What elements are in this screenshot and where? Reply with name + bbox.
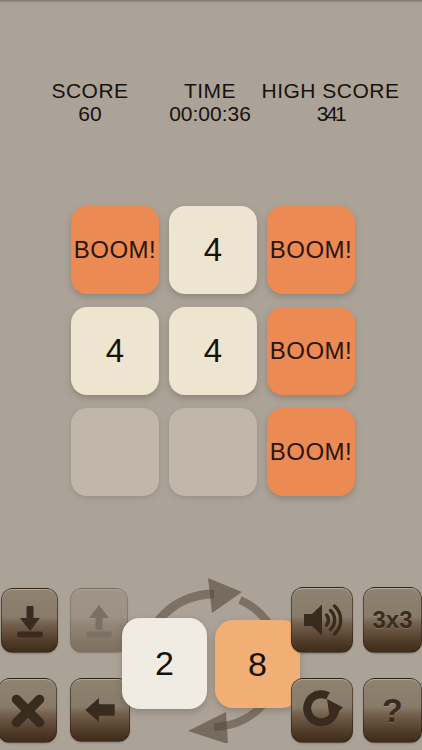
high-score-label: HIGH SCORE	[258, 79, 403, 102]
score-value: 60	[30, 102, 150, 125]
grid-cell-boom: BOOM!	[267, 206, 355, 294]
grid-cell-4: 4	[169, 206, 257, 294]
x-cross-icon	[7, 690, 49, 732]
next-tile-2[interactable]: 2	[122, 618, 207, 709]
game-grid: BOOM!4BOOM!44BOOM!BOOM!	[71, 206, 355, 496]
game-screen: SCORE 60 TIME 00:00:36 HIGH SCORE 341 BO…	[0, 0, 422, 750]
grid-cell-empty	[71, 408, 159, 496]
time-label: TIME	[145, 79, 275, 102]
arrow-left-icon	[79, 689, 121, 731]
time-value: 00:00:36	[145, 102, 275, 125]
score-stat: SCORE 60	[30, 79, 150, 125]
arrow-down-to-tray-icon	[10, 601, 50, 641]
move-down-button[interactable]	[1, 588, 58, 653]
grid-cell-empty	[169, 408, 257, 496]
move-up-button-disabled[interactable]	[70, 588, 128, 653]
high-score-stat: HIGH SCORE 341	[258, 79, 403, 125]
close-button[interactable]	[0, 678, 57, 743]
next-tile-8[interactable]: 8	[215, 620, 300, 708]
next-tile-8-value: 8	[248, 645, 267, 684]
time-stat: TIME 00:00:36	[145, 79, 275, 125]
sound-button[interactable]	[291, 587, 353, 653]
next-tile-2-value: 2	[155, 644, 174, 683]
help-label: ?	[382, 691, 403, 730]
help-button[interactable]: ?	[363, 678, 422, 743]
grid-cell-boom: BOOM!	[71, 206, 159, 294]
arrow-up-from-tray-icon	[79, 601, 119, 641]
move-left-button[interactable]	[70, 678, 130, 742]
speaker-waves-icon	[299, 598, 345, 642]
circular-refresh-arrow-icon	[299, 689, 345, 733]
score-label: SCORE	[30, 79, 150, 102]
grid-cell-boom: BOOM!	[267, 307, 355, 395]
grid-size-button[interactable]: 3x3	[363, 587, 422, 653]
grid-cell-4: 4	[169, 307, 257, 395]
high-score-value: 341	[258, 102, 403, 125]
restart-button[interactable]	[291, 678, 353, 743]
grid-cell-boom: BOOM!	[267, 408, 355, 496]
grid-cell-4: 4	[71, 307, 159, 395]
grid-size-label: 3x3	[372, 606, 412, 634]
